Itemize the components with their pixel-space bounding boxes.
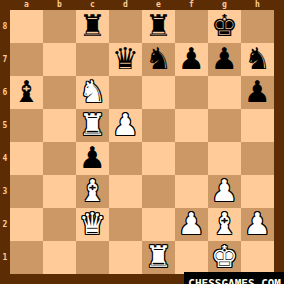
square-d6[interactable]	[109, 76, 142, 109]
square-b8[interactable]	[43, 10, 76, 43]
square-e7[interactable]: ♞	[142, 43, 175, 76]
piece-white-pawn[interactable]: ♟	[241, 208, 274, 241]
square-e5[interactable]	[142, 109, 175, 142]
square-c7[interactable]	[76, 43, 109, 76]
file-label-f: f	[175, 0, 208, 10]
square-b5[interactable]	[43, 109, 76, 142]
file-label-d: d	[109, 0, 142, 10]
square-a8[interactable]	[10, 10, 43, 43]
piece-white-rook[interactable]: ♜	[76, 109, 109, 142]
square-h6[interactable]: ♟	[241, 76, 274, 109]
square-g1[interactable]: ♚	[208, 241, 241, 274]
square-h2[interactable]: ♟	[241, 208, 274, 241]
square-g4[interactable]	[208, 142, 241, 175]
square-c3[interactable]: ♝	[76, 175, 109, 208]
piece-black-king[interactable]: ♚	[208, 10, 241, 43]
rank-label-3: 3	[0, 175, 10, 208]
piece-black-knight[interactable]: ♞	[241, 43, 274, 76]
square-d1[interactable]	[109, 241, 142, 274]
square-f7[interactable]: ♟	[175, 43, 208, 76]
square-h4[interactable]	[241, 142, 274, 175]
square-a4[interactable]	[10, 142, 43, 175]
square-a3[interactable]	[10, 175, 43, 208]
square-f5[interactable]	[175, 109, 208, 142]
square-e3[interactable]	[142, 175, 175, 208]
piece-black-pawn[interactable]: ♟	[241, 76, 274, 109]
square-e8[interactable]: ♜	[142, 10, 175, 43]
square-f3[interactable]	[175, 175, 208, 208]
square-a6[interactable]: ♝	[10, 76, 43, 109]
chess-board: ♜♜♚♛♞♟♟♞♝♞♟♜♟♟♝♟♛♟♝♟♜♚	[10, 10, 274, 274]
square-h5[interactable]	[241, 109, 274, 142]
square-c8[interactable]: ♜	[76, 10, 109, 43]
square-e6[interactable]	[142, 76, 175, 109]
square-e2[interactable]	[142, 208, 175, 241]
square-b4[interactable]	[43, 142, 76, 175]
chess-diagram: abcdefgh 87654321 ♜♜♚♛♞♟♟♞♝♞♟♜♟♟♝♟♛♟♝♟♜♚…	[0, 0, 284, 284]
square-b3[interactable]	[43, 175, 76, 208]
square-d4[interactable]	[109, 142, 142, 175]
rank-label-5: 5	[0, 109, 10, 142]
piece-black-pawn[interactable]: ♟	[208, 43, 241, 76]
piece-black-rook[interactable]: ♜	[142, 10, 175, 43]
square-b6[interactable]	[43, 76, 76, 109]
square-a1[interactable]	[10, 241, 43, 274]
square-f1[interactable]	[175, 241, 208, 274]
piece-white-pawn[interactable]: ♟	[208, 175, 241, 208]
square-e1[interactable]: ♜	[142, 241, 175, 274]
square-b7[interactable]	[43, 43, 76, 76]
piece-white-king[interactable]: ♚	[208, 241, 241, 274]
piece-black-queen[interactable]: ♛	[109, 43, 142, 76]
square-h8[interactable]	[241, 10, 274, 43]
square-g5[interactable]	[208, 109, 241, 142]
file-label-b: b	[43, 0, 76, 10]
piece-white-pawn[interactable]: ♟	[109, 109, 142, 142]
square-h1[interactable]	[241, 241, 274, 274]
square-d3[interactable]	[109, 175, 142, 208]
square-c1[interactable]	[76, 241, 109, 274]
piece-black-bishop[interactable]: ♝	[10, 76, 43, 109]
square-d7[interactable]: ♛	[109, 43, 142, 76]
square-f6[interactable]	[175, 76, 208, 109]
square-g2[interactable]: ♝	[208, 208, 241, 241]
square-g6[interactable]	[208, 76, 241, 109]
square-b1[interactable]	[43, 241, 76, 274]
square-a5[interactable]	[10, 109, 43, 142]
square-a2[interactable]	[10, 208, 43, 241]
rank-label-6: 6	[0, 76, 10, 109]
square-g7[interactable]: ♟	[208, 43, 241, 76]
piece-white-rook[interactable]: ♜	[142, 241, 175, 274]
square-d5[interactable]: ♟	[109, 109, 142, 142]
square-f4[interactable]	[175, 142, 208, 175]
piece-black-pawn[interactable]: ♟	[76, 142, 109, 175]
rank-label-2: 2	[0, 208, 10, 241]
piece-white-knight[interactable]: ♞	[76, 76, 109, 109]
piece-white-queen[interactable]: ♛	[76, 208, 109, 241]
rank-label-8: 8	[0, 10, 10, 43]
piece-black-pawn[interactable]: ♟	[175, 43, 208, 76]
square-c5[interactable]: ♜	[76, 109, 109, 142]
square-c4[interactable]: ♟	[76, 142, 109, 175]
piece-white-bishop[interactable]: ♝	[76, 175, 109, 208]
square-d8[interactable]	[109, 10, 142, 43]
square-b2[interactable]	[43, 208, 76, 241]
piece-white-bishop[interactable]: ♝	[208, 208, 241, 241]
watermark-label: CHESSGAMES.COM	[188, 277, 281, 284]
square-e4[interactable]	[142, 142, 175, 175]
piece-black-rook[interactable]: ♜	[76, 10, 109, 43]
square-h7[interactable]: ♞	[241, 43, 274, 76]
square-h3[interactable]	[241, 175, 274, 208]
file-label-a: a	[10, 0, 43, 10]
piece-black-knight[interactable]: ♞	[142, 43, 175, 76]
square-g8[interactable]: ♚	[208, 10, 241, 43]
square-g3[interactable]: ♟	[208, 175, 241, 208]
rank-label-7: 7	[0, 43, 10, 76]
square-a7[interactable]	[10, 43, 43, 76]
rank-labels: 87654321	[0, 10, 10, 274]
square-f2[interactable]: ♟	[175, 208, 208, 241]
square-c6[interactable]: ♞	[76, 76, 109, 109]
square-c2[interactable]: ♛	[76, 208, 109, 241]
rank-label-4: 4	[0, 142, 10, 175]
square-f8[interactable]	[175, 10, 208, 43]
file-label-h: h	[241, 0, 274, 10]
rank-label-1: 1	[0, 241, 10, 274]
watermark-bar: CHESSGAMES.COM	[184, 272, 284, 284]
square-d2[interactable]	[109, 208, 142, 241]
piece-white-pawn[interactable]: ♟	[175, 208, 208, 241]
